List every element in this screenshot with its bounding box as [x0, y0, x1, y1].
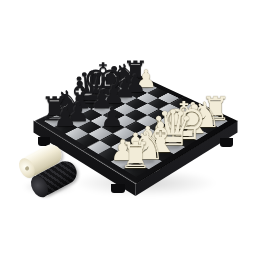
product-photo-scene: ♜♞♝♛♚♝♞♜♟♟♟♟♟♟♟♟♟♟♟♟♟♟♟♜♞♝♛♚♝♞♜: [0, 0, 255, 255]
piece-black-pawn-a7[interactable]: ♟: [54, 105, 78, 131]
ivory-stack-magnet-dot: [24, 165, 29, 170]
piece-white-rook-a1[interactable]: ♜: [119, 138, 152, 174]
piece-black-pawn-c5[interactable]: ♟: [100, 105, 124, 131]
piece-layer: ♜♞♝♛♚♝♞♜♟♟♟♟♟♟♟♟♟♟♟♟♟♟♟♜♞♝♛♚♝♞♜: [0, 0, 255, 255]
